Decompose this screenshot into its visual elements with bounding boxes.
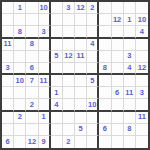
cell-r12c2-empty[interactable] (14, 136, 26, 148)
cell-r9c7-empty[interactable] (75, 99, 87, 111)
cell-r2c1-empty[interactable] (2, 14, 14, 26)
cell-r11c1-empty[interactable] (2, 124, 14, 136)
cell-r7c9-empty[interactable] (99, 75, 111, 87)
cell-r10c12-given[interactable]: 11 (136, 112, 148, 124)
cell-r3c10-empty[interactable] (112, 26, 124, 38)
cell-r12c3-given[interactable]: 12 (26, 136, 38, 148)
cell-r3c7-empty[interactable] (75, 26, 87, 38)
cell-r11c9-given[interactable]: 6 (99, 124, 111, 136)
cell-r1c8-given[interactable]: 2 (87, 2, 99, 14)
cell-r8c5-given[interactable]: 1 (51, 87, 63, 99)
cell-r1c1-empty[interactable] (2, 2, 14, 14)
cell-r1c9-empty[interactable] (99, 2, 111, 14)
cell-r9c11-empty[interactable] (124, 99, 136, 111)
cell-r6c1-given[interactable]: 3 (2, 63, 14, 75)
cell-r10c3-empty[interactable] (26, 112, 38, 124)
cell-r3c5-empty[interactable] (51, 26, 63, 38)
cell-r6c2-empty[interactable] (14, 63, 26, 75)
cell-r9c8-given[interactable]: 10 (87, 99, 99, 111)
cell-r11c2-empty[interactable] (14, 124, 26, 136)
cell-r4c5-empty[interactable] (51, 39, 63, 51)
cell-r6c10-empty[interactable] (112, 63, 124, 75)
cell-r7c2-given[interactable]: 10 (14, 75, 26, 87)
cell-r8c3-empty[interactable] (26, 87, 38, 99)
cell-r4c9-empty[interactable] (99, 39, 111, 51)
cell-r5c4-empty[interactable] (39, 51, 51, 63)
cell-r7c10-empty[interactable] (112, 75, 124, 87)
cell-r8c10-given[interactable]: 6 (112, 87, 124, 99)
cell-r1c4-given[interactable]: 10 (39, 2, 51, 14)
cell-r6c12-given[interactable]: 12 (136, 63, 148, 75)
cell-r5c8-empty[interactable] (87, 51, 99, 63)
cell-r11c5-empty[interactable] (51, 124, 63, 136)
cell-r6c11-given[interactable]: 4 (124, 63, 136, 75)
cell-r4c3-given[interactable]: 8 (26, 39, 38, 51)
cell-r3c6-empty[interactable] (63, 26, 75, 38)
cell-r10c8-empty[interactable] (87, 112, 99, 124)
cell-r11c4-empty[interactable] (39, 124, 51, 136)
cell-r6c5-empty[interactable] (51, 63, 63, 75)
cell-r5c3-empty[interactable] (26, 51, 38, 63)
cell-r7c3-given[interactable]: 7 (26, 75, 38, 87)
cell-r8c9-empty[interactable] (99, 87, 111, 99)
cell-r8c8-empty[interactable] (87, 87, 99, 99)
cell-r12c6-given[interactable]: 2 (63, 136, 75, 148)
cell-r4c2-empty[interactable] (14, 39, 26, 51)
cell-r8c6-empty[interactable] (63, 87, 75, 99)
cell-r3c4-given[interactable]: 3 (39, 26, 51, 38)
cell-r3c3-empty[interactable] (26, 26, 38, 38)
cell-r11c12-empty[interactable] (136, 124, 148, 136)
cell-r3c12-given[interactable]: 4 (136, 26, 148, 38)
cell-r9c2-empty[interactable] (14, 99, 26, 111)
cell-r8c1-empty[interactable] (2, 87, 14, 99)
cell-r7c11-empty[interactable] (124, 75, 136, 87)
cell-r10c5-empty[interactable] (51, 112, 63, 124)
cell-r9c9-empty[interactable] (99, 99, 111, 111)
cell-r9c10-empty[interactable] (112, 99, 124, 111)
cell-r10c2-given[interactable]: 2 (14, 112, 26, 124)
cell-r4c8-given[interactable]: 4 (87, 39, 99, 51)
cell-r12c11-empty[interactable] (124, 136, 136, 148)
cell-r3c1-empty[interactable] (2, 26, 14, 38)
cell-r1c11-empty[interactable] (124, 2, 136, 14)
cell-r1c2-given[interactable]: 1 (14, 2, 26, 14)
cell-r5c7-given[interactable]: 11 (75, 51, 87, 63)
cell-r12c4-given[interactable]: 9 (39, 136, 51, 148)
cell-r5c5-given[interactable]: 5 (51, 51, 63, 63)
cell-r11c8-empty[interactable] (87, 124, 99, 136)
cell-r8c2-empty[interactable] (14, 87, 26, 99)
cell-r12c9-empty[interactable] (99, 136, 111, 148)
cell-r1c5-empty[interactable] (51, 2, 63, 14)
cell-r7c12-empty[interactable] (136, 75, 148, 87)
cell-r2c6-empty[interactable] (63, 14, 75, 26)
cell-r10c4-given[interactable]: 1 (39, 112, 51, 124)
cell-r11c3-empty[interactable] (26, 124, 38, 136)
cell-r12c8-empty[interactable] (87, 136, 99, 148)
cell-r4c12-empty[interactable] (136, 39, 148, 51)
cell-r10c11-empty[interactable] (124, 112, 136, 124)
cell-r4c10-empty[interactable] (112, 39, 124, 51)
cell-r3c2-given[interactable]: 8 (14, 26, 26, 38)
cell-r5c6-given[interactable]: 12 (63, 51, 75, 63)
cell-r3c11-empty[interactable] (124, 26, 136, 38)
cell-r2c3-empty[interactable] (26, 14, 38, 26)
cell-r4c11-empty[interactable] (124, 39, 136, 51)
cell-r2c7-empty[interactable] (75, 14, 87, 26)
cell-r6c4-empty[interactable] (39, 63, 51, 75)
cell-r5c9-empty[interactable] (99, 51, 111, 63)
cell-r4c7-empty[interactable] (75, 39, 87, 51)
cell-r8c4-empty[interactable] (39, 87, 51, 99)
cell-r8c7-empty[interactable] (75, 87, 87, 99)
cell-r6c7-empty[interactable] (75, 63, 87, 75)
sudoku-puzzle: 1103122121108341184512113368412107115161… (0, 0, 150, 150)
cell-r2c10-given[interactable]: 12 (112, 14, 124, 26)
cell-r7c7-empty[interactable] (75, 75, 87, 87)
cell-r2c9-empty[interactable] (99, 14, 111, 26)
cell-r10c1-empty[interactable] (2, 112, 14, 124)
cell-r9c3-given[interactable]: 2 (26, 99, 38, 111)
cell-r12c12-empty[interactable] (136, 136, 148, 148)
cell-r6c8-empty[interactable] (87, 63, 99, 75)
cell-r10c9-empty[interactable] (99, 112, 111, 124)
cell-r5c11-given[interactable]: 3 (124, 51, 136, 63)
cell-r8c11-given[interactable]: 11 (124, 87, 136, 99)
cell-r7c5-empty[interactable] (51, 75, 63, 87)
cell-r8c12-given[interactable]: 3 (136, 87, 148, 99)
cell-r6c6-empty[interactable] (63, 63, 75, 75)
cell-r5c12-empty[interactable] (136, 51, 148, 63)
cell-r4c6-empty[interactable] (63, 39, 75, 51)
cell-r7c4-given[interactable]: 11 (39, 75, 51, 87)
cell-r9c5-given[interactable]: 4 (51, 99, 63, 111)
cell-r11c11-given[interactable]: 8 (124, 124, 136, 136)
cell-r2c5-empty[interactable] (51, 14, 63, 26)
cell-r10c6-empty[interactable] (63, 112, 75, 124)
cell-r9c12-empty[interactable] (136, 99, 148, 111)
cell-r9c6-empty[interactable] (63, 99, 75, 111)
cell-r7c1-empty[interactable] (2, 75, 14, 87)
cell-r1c6-given[interactable]: 3 (63, 2, 75, 14)
cell-r1c10-empty[interactable] (112, 2, 124, 14)
cell-r4c4-empty[interactable] (39, 39, 51, 51)
cell-r11c7-given[interactable]: 5 (75, 124, 87, 136)
cell-r12c10-empty[interactable] (112, 136, 124, 148)
cell-r1c7-given[interactable]: 12 (75, 2, 87, 14)
cell-r6c9-given[interactable]: 8 (99, 63, 111, 75)
cell-r3c9-empty[interactable] (99, 26, 111, 38)
cell-r4c1-given[interactable]: 11 (2, 39, 14, 51)
cell-r1c3-empty[interactable] (26, 2, 38, 14)
cell-r5c10-empty[interactable] (112, 51, 124, 63)
cell-r7c6-empty[interactable] (63, 75, 75, 87)
cell-r6c3-given[interactable]: 6 (26, 63, 38, 75)
cell-r7c8-given[interactable]: 5 (87, 75, 99, 87)
cell-r10c10-empty[interactable] (112, 112, 124, 124)
cell-r9c4-empty[interactable] (39, 99, 51, 111)
cell-r2c12-given[interactable]: 10 (136, 14, 148, 26)
cell-r3c8-empty[interactable] (87, 26, 99, 38)
cell-r12c7-empty[interactable] (75, 136, 87, 148)
cell-r2c4-empty[interactable] (39, 14, 51, 26)
cell-r11c10-empty[interactable] (112, 124, 124, 136)
cell-r2c8-empty[interactable] (87, 14, 99, 26)
sudoku-board: 1103122121108341184512113368412107115161… (0, 0, 150, 150)
cell-r12c1-given[interactable]: 6 (2, 136, 14, 148)
cell-r11c6-empty[interactable] (63, 124, 75, 136)
cell-r5c2-empty[interactable] (14, 51, 26, 63)
cell-r9c1-empty[interactable] (2, 99, 14, 111)
cell-r10c7-empty[interactable] (75, 112, 87, 124)
cell-r5c1-empty[interactable] (2, 51, 14, 63)
cell-r12c5-empty[interactable] (51, 136, 63, 148)
cell-r1c12-empty[interactable] (136, 2, 148, 14)
cell-r2c2-empty[interactable] (14, 14, 26, 26)
cell-r2c11-given[interactable]: 1 (124, 14, 136, 26)
